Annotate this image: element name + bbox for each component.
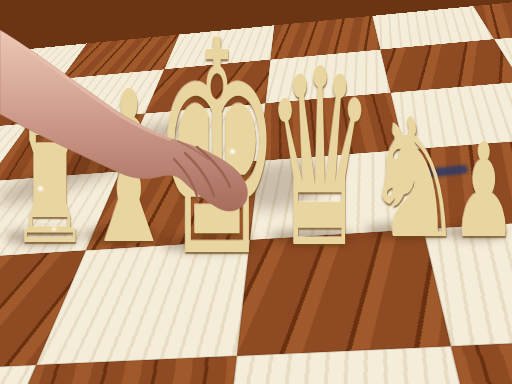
photo-scene: ♜♝♚♛♞♟ (0, 0, 512, 384)
specular-dot (52, 227, 56, 231)
hand-and-forearm (0, 0, 512, 384)
specular-dot (38, 186, 43, 191)
specular-dot (230, 149, 235, 154)
